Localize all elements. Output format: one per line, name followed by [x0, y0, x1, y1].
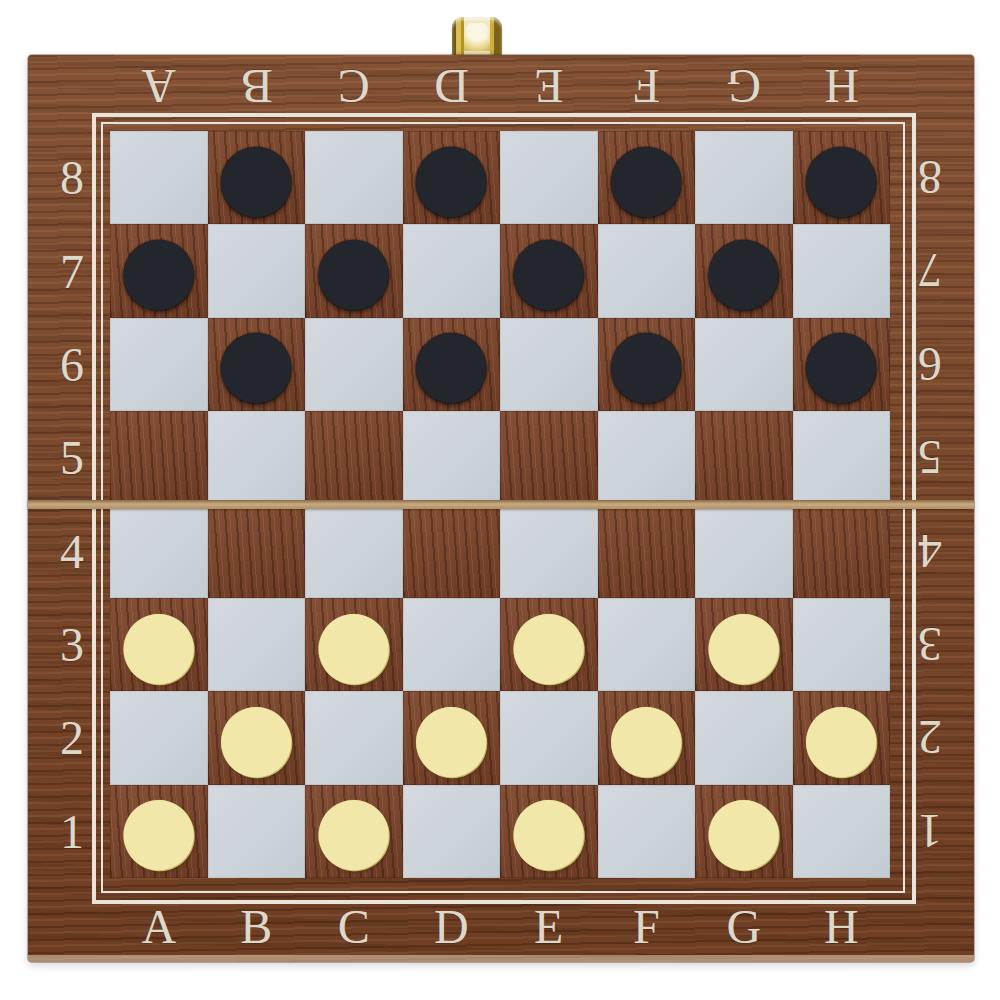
rank-label-right-8: 8 [899, 131, 961, 224]
file-label-top-f: F [598, 59, 696, 115]
black-checker-a7[interactable]: ● [119, 222, 199, 314]
square-c3[interactable]: ● [305, 598, 403, 691]
square-a4[interactable] [110, 505, 208, 598]
square-g1[interactable]: ● [695, 785, 793, 878]
white-checker-c1[interactable]: ● [314, 782, 394, 874]
square-d7[interactable] [403, 224, 501, 317]
file-label-bottom-f: F [598, 897, 696, 955]
square-d4[interactable] [403, 505, 501, 598]
file-label-top-h: H [793, 59, 891, 115]
square-a3[interactable]: ● [110, 598, 208, 691]
square-b3[interactable] [208, 598, 306, 691]
square-f8[interactable]: ● [598, 131, 696, 224]
white-checker-h2[interactable]: ● [801, 689, 881, 781]
square-c6[interactable] [305, 318, 403, 411]
square-e7[interactable]: ● [500, 224, 598, 317]
white-checker-c3[interactable]: ● [314, 596, 394, 688]
file-label-top-c: C [305, 59, 403, 115]
file-label-bottom-h: H [793, 897, 891, 955]
square-b4[interactable] [208, 505, 306, 598]
square-h6[interactable]: ● [793, 318, 891, 411]
rank-label-left-2: 2 [41, 691, 103, 784]
square-b2[interactable]: ● [208, 691, 306, 784]
square-a1[interactable]: ● [110, 785, 208, 878]
square-b1[interactable] [208, 785, 306, 878]
square-f6[interactable]: ● [598, 318, 696, 411]
rank-label-left-5: 5 [41, 411, 103, 504]
square-h7[interactable] [793, 224, 891, 317]
square-a5[interactable] [110, 411, 208, 504]
file-label-bottom-b: B [208, 897, 306, 955]
black-checker-e7[interactable]: ● [509, 222, 589, 314]
file-label-top-d: D [403, 59, 501, 115]
square-f1[interactable] [598, 785, 696, 878]
rank-label-left-7: 7 [41, 224, 103, 317]
rank-label-right-7: 7 [899, 224, 961, 317]
rank-label-right-1: 1 [899, 785, 961, 878]
black-checker-d8[interactable]: ● [411, 129, 491, 221]
square-h5[interactable] [793, 411, 891, 504]
file-label-bottom-g: G [695, 897, 793, 955]
square-b7[interactable] [208, 224, 306, 317]
square-g5[interactable] [695, 411, 793, 504]
square-a2[interactable] [110, 691, 208, 784]
rank-label-right-4: 4 [899, 505, 961, 598]
square-f4[interactable] [598, 505, 696, 598]
black-checker-b8[interactable]: ● [216, 129, 296, 221]
white-checker-f2[interactable]: ● [606, 689, 686, 781]
rank-label-right-6: 6 [899, 318, 961, 411]
square-e2[interactable] [500, 691, 598, 784]
black-checker-d6[interactable]: ● [411, 315, 491, 407]
rank-label-right-2: 2 [899, 691, 961, 784]
white-checker-e3[interactable]: ● [509, 596, 589, 688]
rank-label-right-3: 3 [899, 598, 961, 691]
square-g8[interactable] [695, 131, 793, 224]
square-b8[interactable]: ● [208, 131, 306, 224]
square-h2[interactable]: ● [793, 691, 891, 784]
square-d5[interactable] [403, 411, 501, 504]
square-h1[interactable] [793, 785, 891, 878]
square-e5[interactable] [500, 411, 598, 504]
brass-hinge-clasp [452, 17, 502, 59]
black-checker-h8[interactable]: ● [801, 129, 881, 221]
black-checker-b6[interactable]: ● [216, 315, 296, 407]
square-f2[interactable]: ● [598, 691, 696, 784]
square-e6[interactable] [500, 318, 598, 411]
file-label-top-g: G [695, 59, 793, 115]
file-label-bottom-c: C [305, 897, 403, 955]
square-b5[interactable] [208, 411, 306, 504]
square-g7[interactable]: ● [695, 224, 793, 317]
square-e4[interactable] [500, 505, 598, 598]
rank-label-left-4: 4 [41, 505, 103, 598]
square-g2[interactable] [695, 691, 793, 784]
white-checker-e1[interactable]: ● [509, 782, 589, 874]
black-checker-h6[interactable]: ● [801, 315, 881, 407]
square-a6[interactable] [110, 318, 208, 411]
file-label-top-b: B [208, 59, 306, 115]
rank-label-right-5: 5 [899, 411, 961, 504]
file-labels-bottom: ABCDEFGH [110, 897, 890, 955]
square-e3[interactable]: ● [500, 598, 598, 691]
square-c2[interactable] [305, 691, 403, 784]
square-d2[interactable]: ● [403, 691, 501, 784]
file-label-bottom-a: A [110, 897, 208, 955]
square-c8[interactable] [305, 131, 403, 224]
black-checker-g7[interactable]: ● [704, 222, 784, 314]
rank-label-left-3: 3 [41, 598, 103, 691]
square-g3[interactable]: ● [695, 598, 793, 691]
black-checker-c7[interactable]: ● [314, 222, 394, 314]
square-e8[interactable] [500, 131, 598, 224]
square-c4[interactable] [305, 505, 403, 598]
black-checker-f6[interactable]: ● [606, 315, 686, 407]
square-f5[interactable] [598, 411, 696, 504]
rank-label-left-1: 1 [41, 785, 103, 878]
file-label-top-a: A [110, 59, 208, 115]
white-checker-a3[interactable]: ● [119, 596, 199, 688]
file-label-bottom-d: D [403, 897, 501, 955]
white-checker-b2[interactable]: ● [216, 689, 296, 781]
file-labels-top: ABCDEFGH [110, 59, 890, 115]
white-checker-d2[interactable]: ● [411, 689, 491, 781]
square-g4[interactable] [695, 505, 793, 598]
square-a7[interactable]: ● [110, 224, 208, 317]
file-label-top-e: E [500, 59, 598, 115]
white-checker-a1[interactable]: ● [119, 782, 199, 874]
square-h4[interactable] [793, 505, 891, 598]
black-checker-f8[interactable]: ● [606, 129, 686, 221]
white-checker-g1[interactable]: ● [704, 782, 784, 874]
square-c1[interactable]: ● [305, 785, 403, 878]
square-g6[interactable] [695, 318, 793, 411]
file-label-bottom-e: E [500, 897, 598, 955]
square-h3[interactable] [793, 598, 891, 691]
rank-label-left-6: 6 [41, 318, 103, 411]
square-b6[interactable]: ● [208, 318, 306, 411]
square-d3[interactable] [403, 598, 501, 691]
square-d1[interactable] [403, 785, 501, 878]
square-a8[interactable] [110, 131, 208, 224]
square-c7[interactable]: ● [305, 224, 403, 317]
folding-checkers-board: ABCDEFGH ABCDEFGH 87654321 87654321 ●●●●… [28, 55, 974, 962]
square-h8[interactable]: ● [793, 131, 891, 224]
rank-label-left-8: 8 [41, 131, 103, 224]
square-d6[interactable]: ● [403, 318, 501, 411]
square-e1[interactable]: ● [500, 785, 598, 878]
white-checker-g3[interactable]: ● [704, 596, 784, 688]
square-c5[interactable] [305, 411, 403, 504]
fold-seam [28, 500, 974, 509]
square-d8[interactable]: ● [403, 131, 501, 224]
square-f3[interactable] [598, 598, 696, 691]
square-f7[interactable] [598, 224, 696, 317]
